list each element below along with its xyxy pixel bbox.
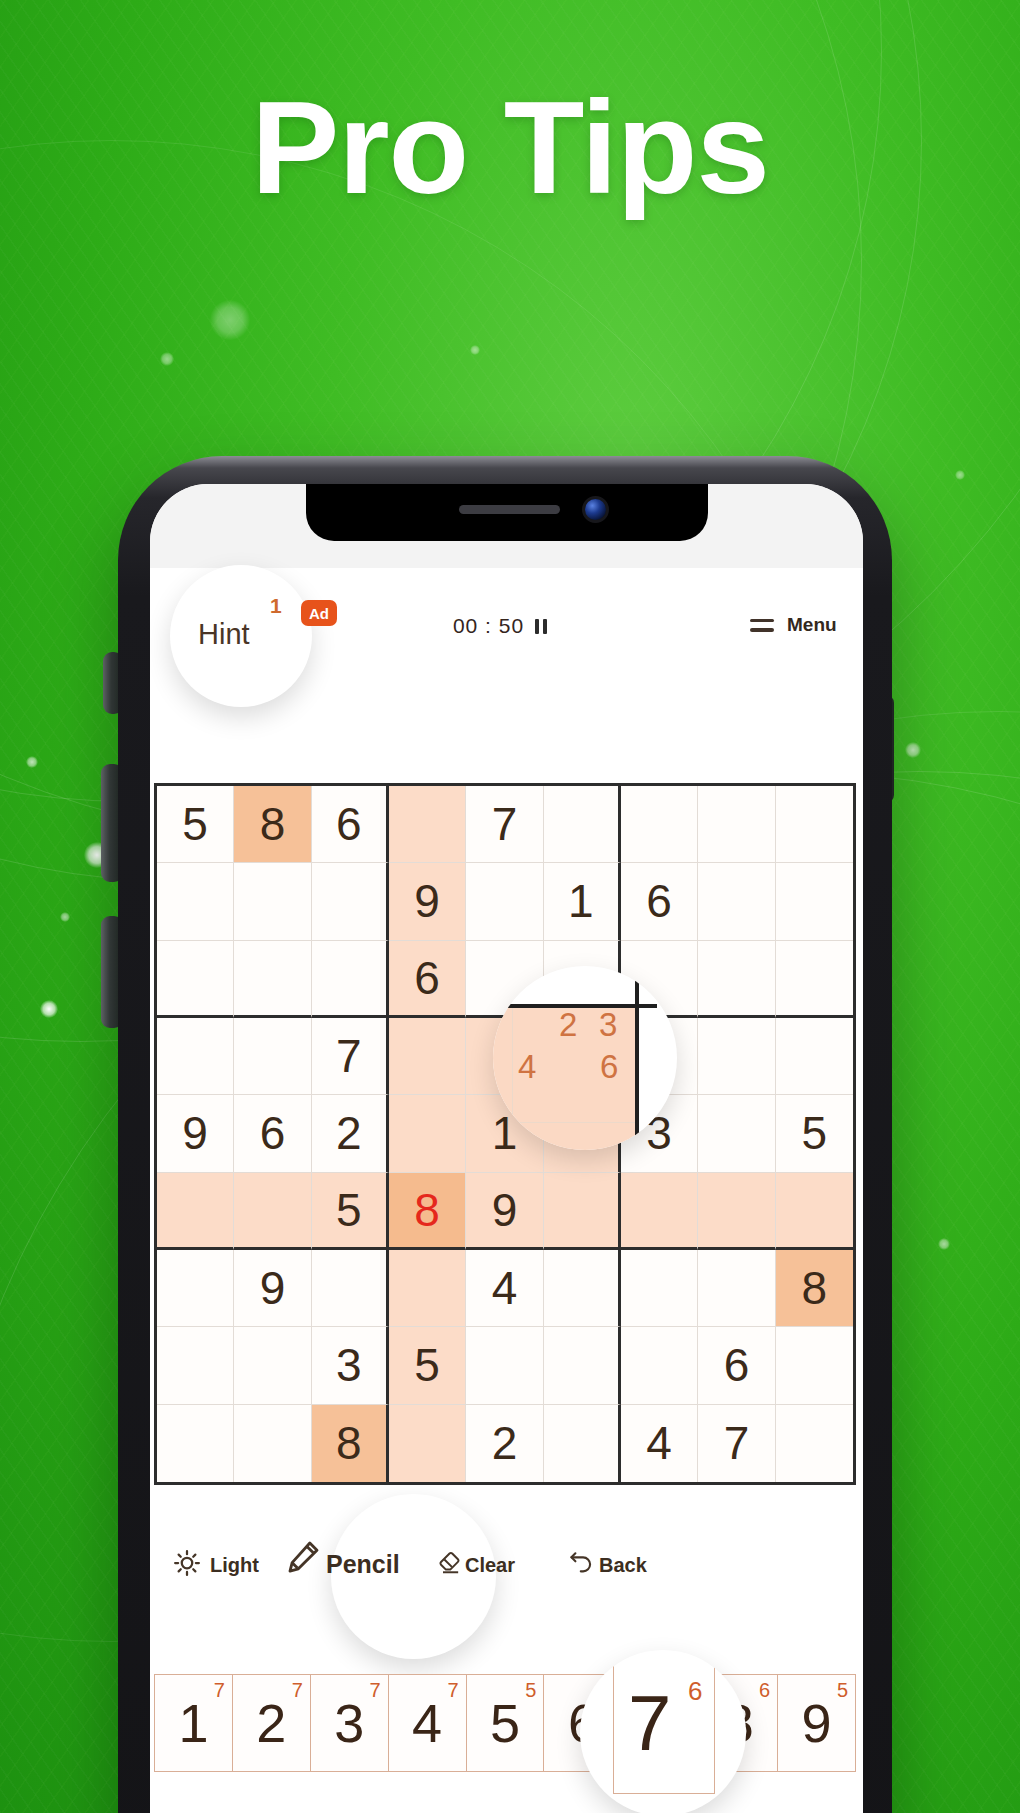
key-digit: 1 bbox=[178, 1692, 208, 1754]
cell-digit: 4 bbox=[646, 1416, 672, 1470]
menu-button[interactable]: Menu bbox=[750, 614, 837, 636]
cell-r4c1[interactable] bbox=[157, 1018, 234, 1095]
key-3[interactable]: 37 bbox=[311, 1674, 389, 1772]
cell-r6c2[interactable] bbox=[234, 1173, 311, 1250]
cell-r1c2[interactable]: 8 bbox=[234, 786, 311, 863]
front-camera bbox=[582, 496, 609, 523]
decor-dot bbox=[160, 352, 174, 366]
cell-r1c6[interactable] bbox=[544, 786, 621, 863]
cell-r2c4[interactable]: 9 bbox=[389, 863, 466, 940]
key-9[interactable]: 95 bbox=[778, 1674, 856, 1772]
cell-r5c2[interactable]: 6 bbox=[234, 1095, 311, 1172]
hint-count-badge: 1 bbox=[270, 594, 282, 618]
undo-icon bbox=[567, 1548, 595, 1580]
cell-r9c4[interactable] bbox=[389, 1405, 466, 1482]
key-remaining-count: 5 bbox=[525, 1679, 536, 1702]
key-digit: 2 bbox=[256, 1692, 286, 1754]
magnified-pencil-mark: 3 bbox=[599, 1006, 617, 1044]
cell-r6c9[interactable] bbox=[776, 1173, 853, 1250]
cell-r7c2[interactable]: 9 bbox=[234, 1250, 311, 1327]
key-digit: 9 bbox=[802, 1692, 832, 1754]
cell-r3c9[interactable] bbox=[776, 941, 853, 1018]
cell-r8c4[interactable]: 5 bbox=[389, 1327, 466, 1404]
cell-r8c9[interactable] bbox=[776, 1327, 853, 1404]
ad-badge: Ad bbox=[301, 600, 337, 626]
menu-label: Menu bbox=[787, 614, 837, 636]
cell-digit: 4 bbox=[492, 1261, 518, 1315]
cell-digit: 7 bbox=[492, 797, 518, 851]
decor-dot bbox=[938, 1238, 950, 1250]
cell-r5c8[interactable] bbox=[698, 1095, 775, 1172]
key-remaining-count: 7 bbox=[447, 1679, 458, 1702]
cell-r2c8[interactable] bbox=[698, 863, 775, 940]
magnified-key-digit: 7 bbox=[628, 1678, 671, 1769]
cell-digit: 9 bbox=[492, 1183, 518, 1237]
page-title: Pro Tips bbox=[0, 72, 1020, 223]
key-remaining-count: 6 bbox=[759, 1679, 770, 1702]
key-remaining-count: 7 bbox=[370, 1679, 381, 1702]
key-remaining-count: 7 bbox=[214, 1679, 225, 1702]
cell-r6c8[interactable] bbox=[698, 1173, 775, 1250]
key-digit: 3 bbox=[334, 1692, 364, 1754]
cell-r2c7[interactable]: 6 bbox=[621, 863, 698, 940]
cell-r8c8[interactable]: 6 bbox=[698, 1327, 775, 1404]
key-border-line bbox=[613, 1666, 614, 1794]
cell-digit: 7 bbox=[724, 1416, 750, 1470]
cell-digit: 8 bbox=[802, 1261, 828, 1315]
phone-screen: Hint 1 Ad 00 : 50 Menu 58679166723469621… bbox=[150, 484, 863, 1813]
cell-r1c1[interactable]: 5 bbox=[157, 786, 234, 863]
decor-dot bbox=[40, 1000, 58, 1018]
cell-r7c6[interactable] bbox=[544, 1250, 621, 1327]
cell-digit: 6 bbox=[414, 951, 440, 1005]
key-remaining-count: 7 bbox=[292, 1679, 303, 1702]
magnified-pencil-mark: 6 bbox=[600, 1048, 618, 1086]
pause-icon[interactable] bbox=[535, 619, 547, 634]
cell-r9c6[interactable] bbox=[544, 1405, 621, 1482]
cell-r9c8[interactable]: 7 bbox=[698, 1405, 775, 1482]
pencil-marks-magnifier: 2 3 4 6 bbox=[493, 966, 677, 1150]
cell-r6c3[interactable]: 5 bbox=[312, 1173, 389, 1250]
cell-r2c6[interactable]: 1 bbox=[544, 863, 621, 940]
cell-r7c9[interactable]: 8 bbox=[776, 1250, 853, 1327]
cell-r1c4[interactable] bbox=[389, 786, 466, 863]
clear-button[interactable]: Clear bbox=[465, 1554, 515, 1577]
cell-digit: 2 bbox=[336, 1106, 362, 1160]
cell-r2c3[interactable] bbox=[312, 863, 389, 940]
cell-r2c9[interactable] bbox=[776, 863, 853, 940]
cell-r7c1[interactable] bbox=[157, 1250, 234, 1327]
cell-r3c2[interactable] bbox=[234, 941, 311, 1018]
magnified-key-count: 6 bbox=[688, 1676, 702, 1707]
decor-dot bbox=[470, 345, 480, 355]
cell-digit: 9 bbox=[182, 1106, 208, 1160]
cell-r8c3[interactable]: 3 bbox=[312, 1327, 389, 1404]
sudoku-grid: 58679166723469621355899483568247 bbox=[154, 783, 856, 1485]
magnified-pencil-mark: 4 bbox=[518, 1048, 536, 1086]
cell-digit: 6 bbox=[336, 797, 362, 851]
hint-button[interactable]: Hint bbox=[198, 618, 250, 651]
cell-r6c4[interactable]: 8 bbox=[389, 1173, 466, 1250]
cell-digit: 8 bbox=[414, 1183, 440, 1237]
cell-r9c2[interactable] bbox=[234, 1405, 311, 1482]
cell-r9c5[interactable]: 2 bbox=[466, 1405, 543, 1482]
cell-r8c1[interactable] bbox=[157, 1327, 234, 1404]
number-keypad: 17273747556768695 bbox=[154, 1674, 856, 1772]
cell-r8c7[interactable] bbox=[621, 1327, 698, 1404]
cell-r4c8[interactable] bbox=[698, 1018, 775, 1095]
cell-r3c1[interactable] bbox=[157, 941, 234, 1018]
cell-r1c3[interactable]: 6 bbox=[312, 786, 389, 863]
cell-digit: 9 bbox=[414, 874, 440, 928]
cell-digit: 1 bbox=[568, 874, 594, 928]
cell-border-line bbox=[512, 1122, 635, 1123]
cell-r2c5[interactable] bbox=[466, 863, 543, 940]
key-border-line bbox=[714, 1666, 715, 1794]
cell-digit: 8 bbox=[260, 797, 286, 851]
cell-r4c9[interactable] bbox=[776, 1018, 853, 1095]
cell-r3c8[interactable] bbox=[698, 941, 775, 1018]
cell-digit: 3 bbox=[336, 1338, 362, 1392]
game-timer: 00 : 50 bbox=[430, 614, 570, 638]
cell-digit: 2 bbox=[492, 1416, 518, 1470]
pencil-button[interactable]: Pencil bbox=[326, 1550, 400, 1579]
cell-r6c1[interactable] bbox=[157, 1173, 234, 1250]
cell-digit: 5 bbox=[802, 1106, 828, 1160]
cell-digit: 5 bbox=[336, 1183, 362, 1237]
key-5[interactable]: 55 bbox=[467, 1674, 545, 1772]
cell-digit: 5 bbox=[414, 1338, 440, 1392]
cell-r4c2[interactable] bbox=[234, 1018, 311, 1095]
decor-dot bbox=[905, 742, 921, 758]
cell-r5c1[interactable]: 9 bbox=[157, 1095, 234, 1172]
key-remaining-count: 5 bbox=[837, 1679, 848, 1702]
cell-r6c6[interactable] bbox=[544, 1173, 621, 1250]
cell-r1c8[interactable] bbox=[698, 786, 775, 863]
decor-dot bbox=[210, 300, 250, 340]
cell-r5c9[interactable]: 5 bbox=[776, 1095, 853, 1172]
eraser-icon bbox=[436, 1548, 464, 1580]
cell-r9c9[interactable] bbox=[776, 1405, 853, 1482]
key7-magnifier: 7 6 bbox=[580, 1650, 746, 1813]
cell-r3c3[interactable] bbox=[312, 941, 389, 1018]
key-border-line bbox=[614, 1793, 714, 1794]
back-button[interactable]: Back bbox=[599, 1554, 647, 1577]
cell-digit: 9 bbox=[260, 1261, 286, 1315]
cell-digit: 7 bbox=[336, 1029, 362, 1083]
speaker-slot bbox=[459, 505, 560, 514]
cell-r6c7[interactable] bbox=[621, 1173, 698, 1250]
cell-r7c5[interactable]: 4 bbox=[466, 1250, 543, 1327]
cell-digit: 8 bbox=[336, 1416, 362, 1470]
hamburger-icon bbox=[750, 619, 774, 632]
cell-digit: 6 bbox=[260, 1106, 286, 1160]
cell-r6c5[interactable]: 9 bbox=[466, 1173, 543, 1250]
cell-r3c4[interactable]: 6 bbox=[389, 941, 466, 1018]
decor-dot bbox=[26, 756, 38, 768]
timer-value: 00 : 50 bbox=[453, 614, 524, 638]
cell-r8c6[interactable] bbox=[544, 1327, 621, 1404]
magnified-pencil-mark: 2 bbox=[559, 1006, 577, 1044]
key-2[interactable]: 27 bbox=[233, 1674, 311, 1772]
cell-r9c7[interactable]: 4 bbox=[621, 1405, 698, 1482]
pencil-icon bbox=[284, 1536, 324, 1580]
box-border-line bbox=[635, 972, 639, 1150]
cell-r7c3[interactable] bbox=[312, 1250, 389, 1327]
light-icon bbox=[172, 1548, 202, 1582]
cell-r1c7[interactable] bbox=[621, 786, 698, 863]
cell-r7c7[interactable] bbox=[621, 1250, 698, 1327]
cell-r5c3[interactable]: 2 bbox=[312, 1095, 389, 1172]
cell-r5c4[interactable] bbox=[389, 1095, 466, 1172]
cell-digit: 5 bbox=[182, 797, 208, 851]
decor-dot bbox=[955, 470, 965, 480]
cell-r9c3[interactable]: 8 bbox=[312, 1405, 389, 1482]
cell-r7c8[interactable] bbox=[698, 1250, 775, 1327]
cell-digit: 6 bbox=[646, 874, 672, 928]
cell-r9c1[interactable] bbox=[157, 1405, 234, 1482]
cell-r8c2[interactable] bbox=[234, 1327, 311, 1404]
cell-r4c4[interactable] bbox=[389, 1018, 466, 1095]
key-1[interactable]: 17 bbox=[154, 1674, 233, 1772]
key-4[interactable]: 47 bbox=[389, 1674, 467, 1772]
cell-r2c2[interactable] bbox=[234, 863, 311, 940]
light-button[interactable]: Light bbox=[210, 1554, 259, 1577]
key-digit: 5 bbox=[490, 1692, 520, 1754]
cell-r1c9[interactable] bbox=[776, 786, 853, 863]
key-digit: 4 bbox=[412, 1692, 442, 1754]
phone-mockup: Hint 1 Ad 00 : 50 Menu 58679166723469621… bbox=[118, 456, 892, 1813]
decor-dot bbox=[60, 912, 70, 922]
cell-r4c3[interactable]: 7 bbox=[312, 1018, 389, 1095]
cell-r7c4[interactable] bbox=[389, 1250, 466, 1327]
phone-notch bbox=[306, 484, 708, 541]
cell-r1c5[interactable]: 7 bbox=[466, 786, 543, 863]
cell-r2c1[interactable] bbox=[157, 863, 234, 940]
cell-r8c5[interactable] bbox=[466, 1327, 543, 1404]
cell-digit: 6 bbox=[724, 1338, 750, 1392]
